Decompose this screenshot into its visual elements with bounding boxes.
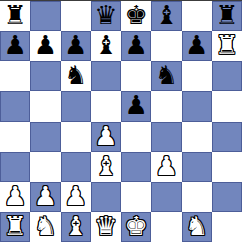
piece-black-rook-h8: ♜ [215,1,238,30]
piece-white-queen-d1: ♛ [94,212,117,241]
square-g5[interactable] [182,91,212,121]
piece-black-knight-c6: ♞ [64,61,87,90]
square-e7[interactable]: ♟ [121,31,151,61]
square-d6[interactable] [91,61,121,91]
square-h1[interactable] [212,212,242,242]
square-b6[interactable] [30,61,60,91]
square-b1[interactable]: ♞ [30,212,60,242]
piece-black-pawn-e7: ♟ [124,31,147,60]
square-a5[interactable] [0,91,30,121]
piece-white-bishop-d3: ♝ [94,152,117,181]
piece-white-bishop-c1: ♝ [64,212,87,241]
piece-black-bishop-d7: ♝ [94,31,117,60]
square-h2[interactable] [212,182,242,212]
piece-black-queen-d8: ♛ [94,1,117,30]
square-f7[interactable] [151,31,181,61]
square-f3[interactable]: ♟ [151,152,181,182]
square-h6[interactable] [212,61,242,91]
piece-white-pawn-b2: ♟ [34,182,57,211]
square-b5[interactable] [30,91,60,121]
square-a4[interactable] [0,122,30,152]
square-c2[interactable]: ♟ [61,182,91,212]
square-f6[interactable]: ♞ [151,61,181,91]
square-a3[interactable] [0,152,30,182]
square-c7[interactable]: ♟ [61,31,91,61]
square-e8[interactable]: ♚ [121,1,151,31]
square-h7[interactable]: ♜ [212,31,242,61]
square-c6[interactable]: ♞ [61,61,91,91]
piece-white-rook-h7: ♜ [215,31,238,60]
piece-white-knight-g1: ♞ [185,212,208,241]
square-b8[interactable] [30,1,60,31]
piece-black-knight-f6: ♞ [155,61,178,90]
piece-white-pawn-f3: ♟ [155,152,178,181]
square-a6[interactable] [0,61,30,91]
square-b7[interactable]: ♟ [30,31,60,61]
piece-black-pawn-b7: ♟ [34,31,57,60]
piece-black-pawn-e5: ♟ [124,91,147,120]
square-d1[interactable]: ♛ [91,212,121,242]
square-g8[interactable] [182,1,212,31]
square-e5[interactable]: ♟ [121,91,151,121]
square-g6[interactable] [182,61,212,91]
square-c3[interactable] [61,152,91,182]
piece-white-king-e1: ♚ [124,212,147,241]
square-h3[interactable] [212,152,242,182]
square-f8[interactable]: ♝ [151,1,181,31]
piece-white-pawn-c2: ♟ [64,182,87,211]
piece-black-king-e8: ♚ [124,1,147,30]
square-g7[interactable]: ♟ [182,31,212,61]
piece-black-bishop-f8: ♝ [155,1,178,30]
piece-white-pawn-d4: ♟ [94,122,117,151]
square-d5[interactable] [91,91,121,121]
square-h5[interactable] [212,91,242,121]
square-b3[interactable] [30,152,60,182]
piece-black-pawn-a7: ♟ [3,31,26,60]
square-h8[interactable]: ♜ [212,1,242,31]
piece-black-rook-a8: ♜ [3,1,26,30]
square-d7[interactable]: ♝ [91,31,121,61]
square-a2[interactable]: ♟ [0,182,30,212]
square-c1[interactable]: ♝ [61,212,91,242]
square-b4[interactable] [30,122,60,152]
square-e6[interactable] [121,61,151,91]
square-f5[interactable] [151,91,181,121]
square-a7[interactable]: ♟ [0,31,30,61]
piece-white-knight-b1: ♞ [34,212,57,241]
piece-white-pawn-a2: ♟ [3,182,26,211]
square-f2[interactable] [151,182,181,212]
square-d2[interactable] [91,182,121,212]
square-d4[interactable]: ♟ [91,122,121,152]
square-g1[interactable]: ♞ [182,212,212,242]
piece-white-rook-a1: ♜ [3,212,26,241]
square-f4[interactable] [151,122,181,152]
piece-black-pawn-c7: ♟ [64,31,87,60]
square-c8[interactable] [61,1,91,31]
square-a8[interactable]: ♜ [0,1,30,31]
square-d3[interactable]: ♝ [91,152,121,182]
piece-black-pawn-g7: ♟ [185,31,208,60]
square-a1[interactable]: ♜ [0,212,30,242]
square-e1[interactable]: ♚ [121,212,151,242]
square-f1[interactable] [151,212,181,242]
square-d8[interactable]: ♛ [91,1,121,31]
square-g2[interactable] [182,182,212,212]
chess-board: ♜♛♚♝♜♟♟♟♝♟♟♜♞♞♟♟♝♟♟♟♟♜♞♝♛♚♞ [0,0,242,242]
square-g4[interactable] [182,122,212,152]
square-h4[interactable] [212,122,242,152]
square-b2[interactable]: ♟ [30,182,60,212]
square-c5[interactable] [61,91,91,121]
square-e2[interactable] [121,182,151,212]
square-g3[interactable] [182,152,212,182]
square-e3[interactable] [121,152,151,182]
square-e4[interactable] [121,122,151,152]
square-c4[interactable] [61,122,91,152]
